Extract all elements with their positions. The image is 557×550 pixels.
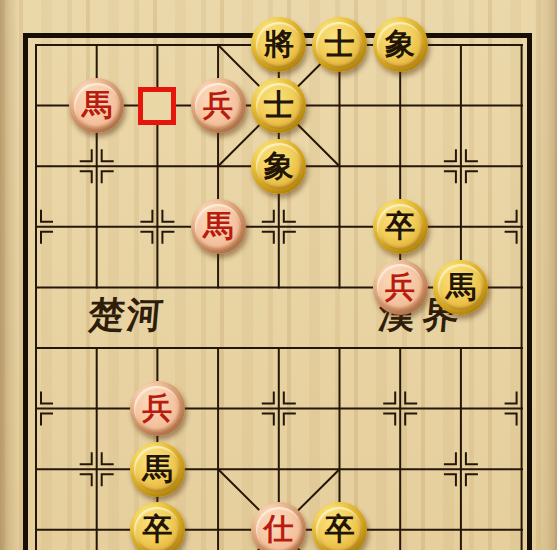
piece-glyph: 兵: [203, 90, 233, 121]
black-soldier[interactable]: 卒: [130, 502, 185, 550]
piece-glyph: 卒: [324, 514, 354, 545]
piece-glyph: 馬: [203, 211, 233, 242]
piece-glyph: 將: [264, 29, 294, 60]
piece-glyph: 士: [324, 29, 354, 60]
black-general[interactable]: 將: [251, 17, 306, 72]
black-elephant[interactable]: 象: [373, 17, 428, 72]
piece-glyph: 馬: [82, 90, 112, 121]
black-advisor[interactable]: 士: [312, 17, 367, 72]
piece-glyph: 卒: [385, 211, 415, 242]
piece-glyph: 象: [264, 151, 294, 182]
red-horse[interactable]: 馬: [191, 199, 246, 254]
piece-glyph: 兵: [385, 272, 415, 303]
board[interactable]: 將士象馬兵士象馬卒兵馬兵馬卒仕卒: [6, 15, 553, 550]
red-soldier[interactable]: 兵: [373, 260, 428, 315]
black-soldier[interactable]: 卒: [373, 199, 428, 254]
piece-glyph: 兵: [142, 393, 172, 424]
piece-glyph: 士: [264, 90, 294, 121]
black-soldier[interactable]: 卒: [312, 502, 367, 550]
red-soldier[interactable]: 兵: [130, 381, 185, 436]
piece-glyph: 仕: [264, 514, 294, 545]
xiangqi-app: { "game": "xiangqi", "board": { "files":…: [0, 0, 557, 550]
piece-glyph: 馬: [446, 272, 476, 303]
black-horse[interactable]: 馬: [130, 442, 185, 497]
red-advisor[interactable]: 仕: [251, 502, 306, 550]
piece-glyph: 象: [385, 29, 415, 60]
red-horse[interactable]: 馬: [69, 78, 124, 133]
piece-glyph: 卒: [142, 514, 172, 545]
black-elephant[interactable]: 象: [251, 139, 306, 194]
red-soldier[interactable]: 兵: [191, 78, 246, 133]
black-horse[interactable]: 馬: [433, 260, 488, 315]
black-advisor[interactable]: 士: [251, 78, 306, 133]
piece-glyph: 馬: [142, 454, 172, 485]
